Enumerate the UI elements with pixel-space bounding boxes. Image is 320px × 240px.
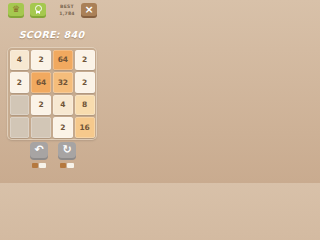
undo-cost-badge <box>32 163 46 168</box>
cell-r3c1 <box>31 117 51 138</box>
close-button[interactable]: × <box>81 3 97 16</box>
score-value: 840 <box>64 29 85 40</box>
cell-r0c1: 2 <box>31 50 51 71</box>
cell-r3c0 <box>10 117 30 138</box>
cell-r2c2: 4 <box>53 95 73 116</box>
cell-r0c3: 2 <box>75 50 95 71</box>
crown-icon: ♛ <box>12 3 20 16</box>
cell-r1c3: 2 <box>75 72 95 93</box>
restart-button[interactable]: ↻ <box>58 142 76 158</box>
restart-icon: ↻ <box>62 142 71 158</box>
medal-icon <box>35 5 42 14</box>
restart-cost-badge <box>60 163 74 168</box>
best-score: BEST 1,784 <box>54 4 80 18</box>
cell-r1c0: 2 <box>10 72 30 93</box>
cell-r1c2: 32 <box>53 72 73 93</box>
cell-r2c1: 2 <box>31 95 51 116</box>
coin-icon <box>32 163 38 168</box>
undo-button[interactable]: ↶ <box>30 142 48 158</box>
cell-r0c2: 64 <box>53 50 73 71</box>
cell-r3c2: 2 <box>53 117 73 138</box>
score-label: SCORE: <box>19 29 60 40</box>
undo-icon: ↶ <box>34 142 43 158</box>
coin-icon <box>60 163 66 168</box>
score-display: SCORE: 840 <box>0 29 103 40</box>
undo-cost-label <box>39 163 46 168</box>
best-label: BEST <box>54 4 80 11</box>
cell-r3c3: 16 <box>75 117 95 138</box>
achievements-button[interactable] <box>30 3 46 16</box>
cell-r2c0 <box>10 95 30 116</box>
close-icon: × <box>84 3 93 16</box>
cell-r1c1: 64 <box>31 72 51 93</box>
game-screen: { "game": "2048", "position": "4 2 64 2 … <box>0 0 103 183</box>
board[interactable]: 4 2 64 2 2 64 32 2 2 4 8 2 16 <box>7 47 97 140</box>
cell-r0c0: 4 <box>10 50 30 71</box>
restart-cost-label <box>67 163 74 168</box>
best-value: 1,784 <box>54 11 80 18</box>
leaderboard-button[interactable]: ♛ <box>8 3 24 16</box>
cell-r2c3: 8 <box>75 95 95 116</box>
